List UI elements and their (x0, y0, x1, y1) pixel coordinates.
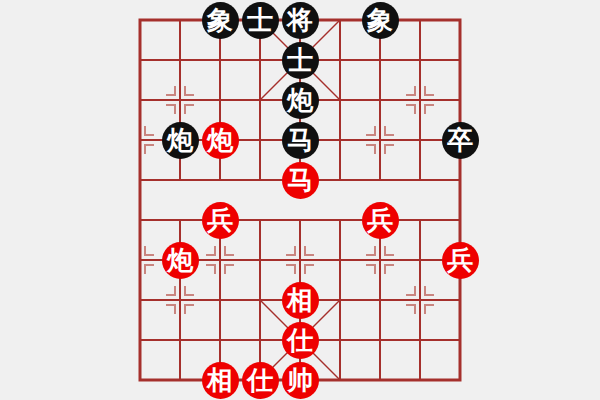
board-point[interactable]: 兵 (200, 200, 240, 240)
piece-red-advisor-2[interactable]: 仕 (242, 362, 279, 399)
piece-red-soldier-2[interactable]: 兵 (362, 202, 399, 239)
piece-black-soldier[interactable]: 卒 (442, 122, 479, 159)
piece-red-general[interactable]: 帅 (282, 362, 319, 399)
board-point[interactable]: 仕 (240, 360, 280, 400)
board-point[interactable]: 将 (280, 0, 320, 40)
board-point[interactable]: 象 (360, 0, 400, 40)
piece-red-soldier-3[interactable]: 兵 (442, 242, 479, 279)
piece-red-elephant-2[interactable]: 相 (202, 362, 239, 399)
piece-black-elephant-1[interactable]: 象 (202, 2, 239, 39)
board-point[interactable]: 相 (280, 280, 320, 320)
piece-red-horse[interactable]: 马 (282, 162, 319, 199)
piece-black-advisor-2[interactable]: 士 (282, 42, 319, 79)
piece-black-advisor-1[interactable]: 士 (242, 2, 279, 39)
board-point[interactable]: 士 (280, 40, 320, 80)
xiangqi-board[interactable]: 象士将象士炮炮炮马卒马兵兵炮兵相仕相仕帅 (120, 0, 480, 400)
board-point[interactable]: 马 (280, 160, 320, 200)
piece-red-soldier-1[interactable]: 兵 (202, 202, 239, 239)
board-point[interactable]: 兵 (440, 240, 480, 280)
board-point[interactable]: 兵 (360, 200, 400, 240)
board-point[interactable]: 帅 (280, 360, 320, 400)
board-point[interactable]: 炮 (200, 120, 240, 160)
board-point[interactable]: 士 (240, 0, 280, 40)
piece-black-general[interactable]: 将 (282, 2, 319, 39)
xiangqi-app-screen: 象士将象士炮炮炮马卒马兵兵炮兵相仕相仕帅 (0, 0, 600, 400)
board-point[interactable]: 卒 (440, 120, 480, 160)
board-point[interactable]: 相 (200, 360, 240, 400)
piece-layer[interactable]: 象士将象士炮炮炮马卒马兵兵炮兵相仕相仕帅 (120, 0, 480, 400)
board-point[interactable]: 仕 (280, 320, 320, 360)
piece-black-cannon-2[interactable]: 炮 (162, 122, 199, 159)
piece-red-cannon-1[interactable]: 炮 (202, 122, 239, 159)
piece-black-cannon-1[interactable]: 炮 (282, 82, 319, 119)
piece-red-cannon-2[interactable]: 炮 (162, 242, 199, 279)
board-point[interactable]: 炮 (160, 240, 200, 280)
board-point[interactable]: 象 (200, 0, 240, 40)
piece-black-horse[interactable]: 马 (282, 122, 319, 159)
piece-red-advisor-1[interactable]: 仕 (282, 322, 319, 359)
board-point[interactable]: 炮 (280, 80, 320, 120)
board-point[interactable]: 马 (280, 120, 320, 160)
piece-red-elephant-1[interactable]: 相 (282, 282, 319, 319)
piece-black-elephant-2[interactable]: 象 (362, 2, 399, 39)
board-point[interactable]: 炮 (160, 120, 200, 160)
